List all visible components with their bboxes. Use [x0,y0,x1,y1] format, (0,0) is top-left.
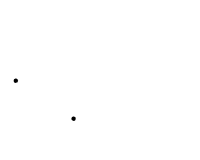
brass-clasp-icon [4,77,22,98]
chess-set-photo [0,0,200,160]
brass-clasp-icon [59,114,78,135]
